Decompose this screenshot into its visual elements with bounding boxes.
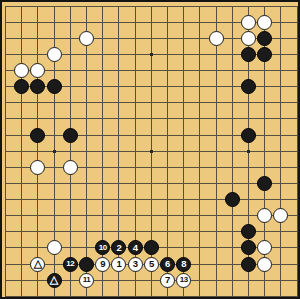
star-point [247,150,250,153]
move-number: 7 [165,275,170,285]
black-stone [241,128,256,143]
white-stone [209,31,224,46]
star-point [53,150,56,153]
white-stone [14,63,29,78]
black-stone: △ [47,273,62,288]
white-stone-move-9: 9 [95,257,110,272]
move-number: 12 [66,260,74,268]
triangle-mark: △ [50,274,58,285]
white-stone [257,15,272,30]
black-stone [14,79,29,94]
grid-line-horizontal [5,183,298,184]
grid-line-horizontal [5,296,298,297]
move-number: 4 [133,243,138,253]
black-stone [241,224,256,239]
grid-line-vertical [297,6,298,297]
black-stone [257,176,272,191]
move-number: 3 [133,259,138,269]
black-stone-move-8: 8 [176,257,191,272]
go-diagram: 1024△12913568△11713 [0,0,300,299]
grid-line-vertical [167,6,168,297]
grid-line-horizontal [5,167,298,168]
black-stone [63,128,78,143]
white-stone [30,160,45,175]
white-stone [47,47,62,62]
black-stone-move-10: 10 [95,240,110,255]
grid-line-vertical [183,6,184,297]
grid-line-vertical [232,6,233,297]
grid-line-vertical [280,6,281,297]
white-stone [241,31,256,46]
black-stone [241,47,256,62]
black-stone [257,47,272,62]
triangle-mark: △ [34,258,42,269]
move-number: 2 [116,243,121,253]
move-number: 10 [99,243,107,251]
grid-line-vertical [199,6,200,297]
star-point [150,53,153,56]
grid-line-vertical [216,6,217,297]
black-stone-move-2: 2 [111,240,126,255]
white-stone [63,160,78,175]
white-stone [47,240,62,255]
white-stone [257,240,272,255]
black-stone-move-12: 12 [63,257,78,272]
go-board[interactable]: 1024△12913568△11713 [0,0,300,299]
white-stone [79,31,94,46]
black-stone [241,240,256,255]
black-stone [225,192,240,207]
black-stone [47,79,62,94]
black-stone [30,79,45,94]
white-stone-move-3: 3 [128,257,143,272]
white-stone-move-1: 1 [111,257,126,272]
white-stone [30,63,45,78]
move-number: 5 [149,259,154,269]
white-stone-move-7: 7 [160,273,175,288]
star-point [150,150,153,153]
white-stone [241,15,256,30]
black-stone [241,79,256,94]
white-stone [257,257,272,272]
white-stone: △ [30,257,45,272]
grid-line-horizontal [5,215,298,216]
move-number: 1 [116,259,121,269]
black-stone [79,257,94,272]
move-number: 13 [180,276,188,284]
grid-line-horizontal [5,199,298,200]
black-stone-move-4: 4 [128,240,143,255]
move-number: 6 [165,259,170,269]
black-stone [30,128,45,143]
black-stone [144,240,159,255]
black-stone [241,257,256,272]
white-stone-move-11: 11 [79,273,94,288]
white-stone-move-5: 5 [144,257,159,272]
move-number: 9 [100,259,105,269]
black-stone-move-6: 6 [160,257,175,272]
white-stone [257,208,272,223]
move-number: 8 [181,259,186,269]
white-stone-move-13: 13 [176,273,191,288]
move-number: 11 [83,276,90,284]
black-stone [257,31,272,46]
white-stone [273,208,288,223]
